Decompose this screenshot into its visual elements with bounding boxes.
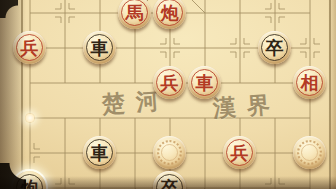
xiangqi-board: 楚河 漢界 馬 炮 兵 車 卒 兵 車 相 車 兵 炮 <box>0 0 336 189</box>
piece-glyph: 馬 <box>126 3 144 22</box>
piece-glyph: 炮 <box>21 178 39 189</box>
piece-black-pawn-b[interactable]: 卒 <box>153 171 186 189</box>
piece-hidden-piece-a[interactable] <box>153 136 186 169</box>
piece-black-pawn-a[interactable]: 卒 <box>258 31 291 64</box>
piece-glyph: 車 <box>91 38 109 57</box>
piece-ring <box>297 140 322 165</box>
piece-glyph: 炮 <box>161 3 179 22</box>
piece-grid: 馬 炮 兵 車 卒 兵 車 相 車 兵 炮 卒 <box>12 0 327 189</box>
piece-red-pawn-a[interactable]: 兵 <box>13 31 46 64</box>
piece-ring <box>157 140 182 165</box>
piece-red-chariot[interactable]: 車 <box>188 66 221 99</box>
piece-red-horse[interactable]: 馬 <box>118 0 151 29</box>
piece-red-cannon[interactable]: 炮 <box>153 0 186 29</box>
piece-glyph: 卒 <box>161 178 179 189</box>
piece-black-cannon[interactable]: 炮 <box>13 171 46 189</box>
piece-black-chariot-b[interactable]: 車 <box>83 136 116 169</box>
piece-glyph: 兵 <box>21 38 39 57</box>
piece-glyph: 兵 <box>161 73 179 92</box>
last-move-indicator-dot <box>25 113 35 123</box>
piece-red-pawn-c[interactable]: 兵 <box>223 136 256 169</box>
piece-glyph: 車 <box>196 73 214 92</box>
piece-glyph: 車 <box>91 143 109 162</box>
piece-glyph: 兵 <box>231 143 249 162</box>
piece-hidden-piece-b[interactable] <box>293 136 326 169</box>
piece-red-elephant[interactable]: 相 <box>293 66 326 99</box>
piece-glyph: 卒 <box>266 38 284 57</box>
piece-red-pawn-b[interactable]: 兵 <box>153 66 186 99</box>
piece-glyph: 相 <box>301 73 319 92</box>
piece-black-chariot-a[interactable]: 車 <box>83 31 116 64</box>
